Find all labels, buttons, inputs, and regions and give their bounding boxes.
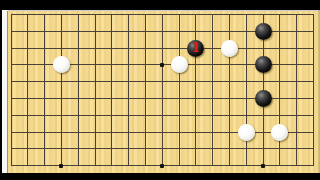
white-stone	[221, 40, 238, 57]
white-stone	[238, 124, 255, 141]
board-top-frame-edge	[2, 10, 320, 11]
grid-line-vertical	[296, 15, 297, 166]
star-point	[59, 164, 63, 168]
grid-line-vertical	[279, 15, 280, 166]
white-stone	[171, 56, 188, 73]
grid-line-vertical	[95, 15, 96, 166]
grid-line-horizontal	[11, 148, 314, 149]
grid-line-vertical	[27, 15, 28, 166]
grid-line-horizontal	[11, 115, 314, 116]
letterbox-bar-top	[0, 0, 320, 10]
grid-line-horizontal	[11, 132, 314, 133]
star-point	[160, 164, 164, 168]
black-stone	[255, 23, 272, 40]
go-board: 1	[0, 10, 320, 173]
star-point	[160, 63, 164, 67]
grid-line-vertical	[162, 15, 163, 166]
grid-line-vertical	[44, 15, 45, 166]
grid-line-vertical	[313, 15, 314, 166]
grid-line-vertical	[179, 15, 180, 166]
star-point	[261, 164, 265, 168]
black-stone: 1	[187, 40, 204, 57]
white-stone	[271, 124, 288, 141]
grid-line-vertical	[246, 15, 247, 166]
grid-line-vertical	[195, 15, 196, 166]
black-stone	[255, 90, 272, 107]
grid-line-vertical	[11, 15, 12, 166]
black-stone	[255, 56, 272, 73]
grid-line-vertical	[61, 15, 62, 166]
grid-line-vertical	[128, 15, 129, 166]
grid-line-vertical	[229, 15, 230, 166]
grid-line-vertical	[111, 15, 112, 166]
grid-line-horizontal	[11, 14, 314, 15]
grid-line-vertical	[212, 15, 213, 166]
grid-line-vertical	[78, 15, 79, 166]
video-frame: 1	[0, 0, 320, 180]
grid-line-horizontal	[11, 48, 314, 49]
letterbox-bar-bottom	[0, 173, 320, 180]
grid-line-vertical	[145, 15, 146, 166]
grid-line-horizontal	[11, 81, 314, 82]
move-number-label: 1	[187, 40, 204, 57]
